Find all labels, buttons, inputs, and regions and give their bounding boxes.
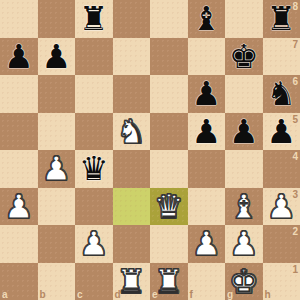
square-a6[interactable] bbox=[0, 75, 38, 113]
square-h2[interactable]: 2 bbox=[263, 225, 301, 263]
chess-board: ♜♝♜8♟♟♚7♟♞6♞♟♟♟5♟♛4♟♛♝♟3♟♟♟2abc♜d♜ef♚gh1 bbox=[0, 0, 300, 300]
square-d7[interactable] bbox=[113, 38, 151, 76]
black-bishop-piece[interactable]: ♝ bbox=[188, 0, 226, 38]
square-f3[interactable] bbox=[188, 188, 226, 226]
square-d1[interactable]: ♜d bbox=[113, 263, 151, 300]
white-pawn-piece[interactable]: ♟ bbox=[225, 225, 263, 263]
square-f5[interactable]: ♟ bbox=[188, 113, 226, 151]
file-label-b: b bbox=[40, 289, 46, 300]
black-pawn-piece[interactable]: ♟ bbox=[0, 38, 38, 76]
black-rook-piece[interactable]: ♜ bbox=[263, 0, 301, 38]
square-c3[interactable] bbox=[75, 188, 113, 226]
square-e5[interactable] bbox=[150, 113, 188, 151]
square-g8[interactable] bbox=[225, 0, 263, 38]
square-b4[interactable]: ♟ bbox=[38, 150, 76, 188]
rank-label-1: 1 bbox=[292, 264, 298, 275]
square-a7[interactable]: ♟ bbox=[0, 38, 38, 76]
square-h1[interactable]: h1 bbox=[263, 263, 301, 300]
square-c1[interactable]: c bbox=[75, 263, 113, 300]
square-c4[interactable]: ♛ bbox=[75, 150, 113, 188]
square-b5[interactable] bbox=[38, 113, 76, 151]
square-h6[interactable]: ♞6 bbox=[263, 75, 301, 113]
square-e6[interactable] bbox=[150, 75, 188, 113]
black-knight-piece[interactable]: ♞ bbox=[263, 75, 301, 113]
black-queen-piece[interactable]: ♛ bbox=[75, 150, 113, 188]
square-b2[interactable] bbox=[38, 225, 76, 263]
square-e3[interactable]: ♛ bbox=[150, 188, 188, 226]
black-pawn-piece[interactable]: ♟ bbox=[38, 38, 76, 76]
square-f8[interactable]: ♝ bbox=[188, 0, 226, 38]
square-e2[interactable] bbox=[150, 225, 188, 263]
white-rook-piece[interactable]: ♜ bbox=[150, 263, 188, 300]
square-h4[interactable]: 4 bbox=[263, 150, 301, 188]
square-h7[interactable]: 7 bbox=[263, 38, 301, 76]
square-d8[interactable] bbox=[113, 0, 151, 38]
square-b7[interactable]: ♟ bbox=[38, 38, 76, 76]
black-pawn-piece[interactable]: ♟ bbox=[263, 113, 301, 151]
black-rook-piece[interactable]: ♜ bbox=[75, 0, 113, 38]
rank-label-7: 7 bbox=[292, 39, 298, 50]
white-king-piece[interactable]: ♚ bbox=[225, 263, 263, 300]
white-pawn-piece[interactable]: ♟ bbox=[188, 225, 226, 263]
white-queen-piece[interactable]: ♛ bbox=[150, 188, 188, 226]
square-h5[interactable]: ♟5 bbox=[263, 113, 301, 151]
square-c5[interactable] bbox=[75, 113, 113, 151]
square-a5[interactable] bbox=[0, 113, 38, 151]
square-f6[interactable]: ♟ bbox=[188, 75, 226, 113]
square-f2[interactable]: ♟ bbox=[188, 225, 226, 263]
rank-label-4: 4 bbox=[292, 151, 298, 162]
square-g2[interactable]: ♟ bbox=[225, 225, 263, 263]
square-c2[interactable]: ♟ bbox=[75, 225, 113, 263]
white-pawn-piece[interactable]: ♟ bbox=[38, 150, 76, 188]
square-g5[interactable]: ♟ bbox=[225, 113, 263, 151]
square-a3[interactable]: ♟ bbox=[0, 188, 38, 226]
white-bishop-piece[interactable]: ♝ bbox=[225, 188, 263, 226]
square-g4[interactable] bbox=[225, 150, 263, 188]
square-g1[interactable]: ♚g bbox=[225, 263, 263, 300]
white-pawn-piece[interactable]: ♟ bbox=[263, 188, 301, 226]
square-a8[interactable] bbox=[0, 0, 38, 38]
square-a1[interactable]: a bbox=[0, 263, 38, 300]
square-d5[interactable]: ♞ bbox=[113, 113, 151, 151]
square-e7[interactable] bbox=[150, 38, 188, 76]
square-d2[interactable] bbox=[113, 225, 151, 263]
black-pawn-piece[interactable]: ♟ bbox=[225, 113, 263, 151]
square-b8[interactable] bbox=[38, 0, 76, 38]
square-e1[interactable]: ♜e bbox=[150, 263, 188, 300]
square-g3[interactable]: ♝ bbox=[225, 188, 263, 226]
square-h3[interactable]: ♟3 bbox=[263, 188, 301, 226]
square-c7[interactable] bbox=[75, 38, 113, 76]
square-f7[interactable] bbox=[188, 38, 226, 76]
square-g7[interactable]: ♚ bbox=[225, 38, 263, 76]
square-a4[interactable] bbox=[0, 150, 38, 188]
black-pawn-piece[interactable]: ♟ bbox=[188, 75, 226, 113]
square-e4[interactable] bbox=[150, 150, 188, 188]
square-d3[interactable] bbox=[113, 188, 151, 226]
square-d6[interactable] bbox=[113, 75, 151, 113]
file-label-f: f bbox=[190, 289, 193, 300]
file-label-c: c bbox=[77, 289, 83, 300]
square-h8[interactable]: ♜8 bbox=[263, 0, 301, 38]
file-label-h: h bbox=[265, 289, 271, 300]
black-pawn-piece[interactable]: ♟ bbox=[188, 113, 226, 151]
square-f4[interactable] bbox=[188, 150, 226, 188]
square-b6[interactable] bbox=[38, 75, 76, 113]
square-e8[interactable] bbox=[150, 0, 188, 38]
square-b1[interactable]: b bbox=[38, 263, 76, 300]
square-f1[interactable]: f bbox=[188, 263, 226, 300]
square-c8[interactable]: ♜ bbox=[75, 0, 113, 38]
white-rook-piece[interactable]: ♜ bbox=[113, 263, 151, 300]
black-king-piece[interactable]: ♚ bbox=[225, 38, 263, 76]
square-a2[interactable] bbox=[0, 225, 38, 263]
white-pawn-piece[interactable]: ♟ bbox=[0, 188, 38, 226]
white-knight-piece[interactable]: ♞ bbox=[113, 113, 151, 151]
square-c6[interactable] bbox=[75, 75, 113, 113]
square-d4[interactable] bbox=[113, 150, 151, 188]
square-g6[interactable] bbox=[225, 75, 263, 113]
square-b3[interactable] bbox=[38, 188, 76, 226]
rank-label-2: 2 bbox=[292, 226, 298, 237]
white-pawn-piece[interactable]: ♟ bbox=[75, 225, 113, 263]
file-label-a: a bbox=[2, 289, 8, 300]
